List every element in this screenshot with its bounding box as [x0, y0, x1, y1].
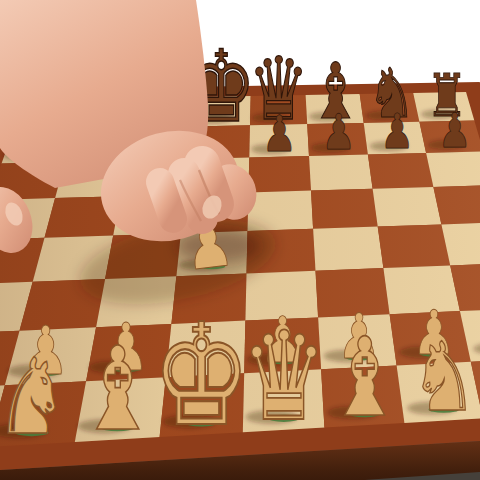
ring-finger [160, 182, 173, 219]
black-pawn-g7-glyph: ♟ [380, 103, 414, 159]
white-queen-e1-glyph: ♛ [241, 306, 327, 449]
white-knight-b1[interactable]: ♞ [0, 336, 68, 458]
white-bishop-c1[interactable]: ♝ [77, 322, 157, 456]
white-bishop-c1-glyph: ♝ [77, 322, 157, 456]
black-pawn-f7-glyph: ♟ [321, 104, 355, 161]
board-svg: ♜♞♝♚♛♝♞♜♟♟♟♟♟♟♟♟♟♟♟♟♟♟♟♜♞♝♚♛♝♞♜ [0, 0, 480, 480]
white-knight-b1-glyph: ♞ [0, 336, 68, 458]
white-queen-e1[interactable]: ♛ [241, 306, 327, 449]
white-knight-g1[interactable]: ♞ [407, 322, 477, 432]
white-king-d1[interactable]: ♚ [152, 292, 251, 457]
white-bishop-f1[interactable]: ♝ [327, 313, 403, 440]
white-knight-g1-glyph: ♞ [410, 322, 477, 432]
black-pawn-e7-glyph: ♟ [262, 105, 297, 163]
white-bishop-f1-glyph: ♝ [327, 313, 403, 440]
chess-photo-scene: ♜♞♝♚♛♝♞♜♟♟♟♟♟♟♟♟♟♟♟♟♟♟♟♜♞♝♚♛♝♞♜ [0, 0, 480, 480]
black-pawn-h7-glyph: ♟ [438, 102, 471, 158]
white-king-d1-glyph: ♚ [152, 292, 251, 457]
